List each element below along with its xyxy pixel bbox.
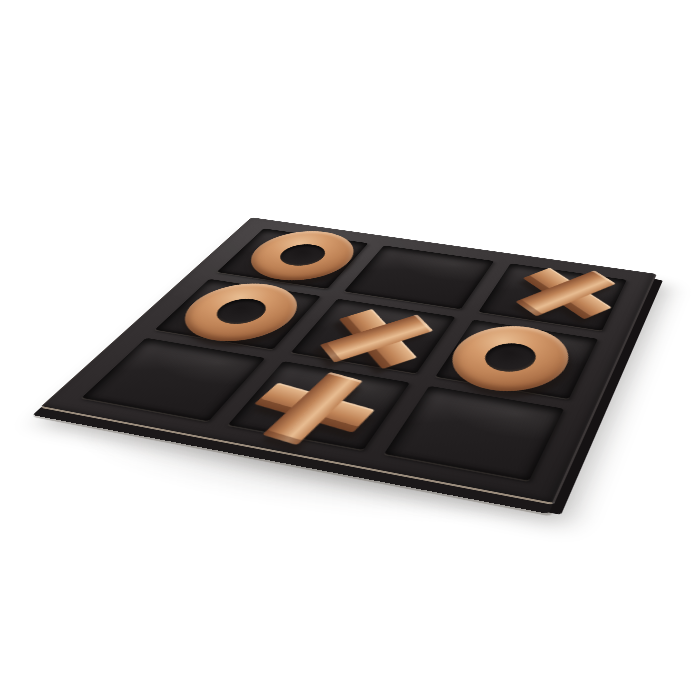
piece-x-r1c3[interactable]: [496, 258, 637, 331]
piece-o-r2c3[interactable]: [435, 319, 581, 399]
cell-r1c3[interactable]: [478, 263, 626, 330]
piece-o-r2c1[interactable]: [163, 277, 315, 348]
piece-x-r3c2[interactable]: [230, 363, 394, 454]
product-photo-scene: [0, 0, 700, 700]
o-piece-hole: [272, 242, 332, 268]
cell-r3c2[interactable]: [228, 361, 410, 450]
piece-o-r1c1[interactable]: [232, 226, 370, 287]
cell-r1c1[interactable]: [217, 228, 368, 288]
cell-r2c1[interactable]: [155, 279, 321, 350]
cell-r1c2[interactable]: [344, 245, 494, 309]
cell-r3c1[interactable]: [82, 338, 266, 422]
o-piece-hole: [478, 340, 542, 375]
o-piece-hole: [208, 296, 274, 327]
cell-r3c3[interactable]: [384, 386, 564, 481]
cell-r2c3[interactable]: [435, 320, 598, 399]
cell-r2c2[interactable]: [291, 299, 456, 374]
